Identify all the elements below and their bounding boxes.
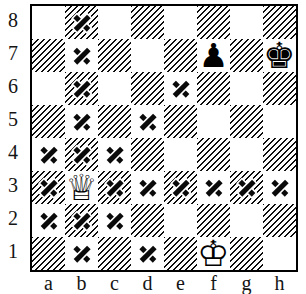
attack-x-mark-c4 bbox=[98, 138, 131, 171]
square-e3[interactable] bbox=[164, 171, 197, 204]
square-a1[interactable] bbox=[32, 237, 65, 270]
attack-x-mark-d5 bbox=[131, 105, 164, 138]
square-d3[interactable] bbox=[131, 171, 164, 204]
chess-board: ♟♚♕♔ bbox=[30, 4, 298, 272]
square-a6[interactable] bbox=[32, 72, 65, 105]
square-c5[interactable] bbox=[98, 105, 131, 138]
square-f8[interactable] bbox=[197, 6, 230, 39]
attack-x-mark-f3 bbox=[197, 171, 230, 204]
attack-x-mark-c3 bbox=[98, 171, 131, 204]
square-d2[interactable] bbox=[131, 204, 164, 237]
file-label-g: g bbox=[230, 272, 263, 294]
square-h5[interactable] bbox=[263, 105, 296, 138]
square-b6[interactable] bbox=[65, 72, 98, 105]
file-label-e: e bbox=[164, 272, 197, 294]
square-e2[interactable] bbox=[164, 204, 197, 237]
rank-label-4: 4 bbox=[0, 136, 26, 169]
attack-x-mark-a3 bbox=[32, 171, 65, 204]
square-d4[interactable] bbox=[131, 138, 164, 171]
attack-x-mark-e3 bbox=[164, 171, 197, 204]
square-h1[interactable] bbox=[263, 237, 296, 270]
square-b3[interactable]: ♕ bbox=[65, 171, 98, 204]
square-h7[interactable]: ♚ bbox=[263, 39, 296, 72]
square-b5[interactable] bbox=[65, 105, 98, 138]
white-king-piece: ♔ bbox=[197, 237, 229, 270]
square-c1[interactable] bbox=[98, 237, 131, 270]
rank-label-3: 3 bbox=[0, 169, 26, 202]
square-d1[interactable] bbox=[131, 237, 164, 270]
square-e6[interactable] bbox=[164, 72, 197, 105]
square-a8[interactable] bbox=[32, 6, 65, 39]
square-d8[interactable] bbox=[131, 6, 164, 39]
square-c4[interactable] bbox=[98, 138, 131, 171]
attack-x-mark-d3 bbox=[131, 171, 164, 204]
square-g5[interactable] bbox=[230, 105, 263, 138]
square-d7[interactable] bbox=[131, 39, 164, 72]
attack-x-mark-b2 bbox=[65, 204, 98, 237]
file-label-d: d bbox=[131, 272, 164, 294]
white-queen-piece: ♕ bbox=[65, 171, 97, 204]
rank-label-6: 6 bbox=[0, 70, 26, 103]
rank-label-8: 8 bbox=[0, 4, 26, 37]
square-c6[interactable] bbox=[98, 72, 131, 105]
attack-x-mark-a4 bbox=[32, 138, 65, 171]
square-g6[interactable] bbox=[230, 72, 263, 105]
square-a4[interactable] bbox=[32, 138, 65, 171]
square-g2[interactable] bbox=[230, 204, 263, 237]
attack-x-mark-b7 bbox=[65, 39, 98, 72]
chess-diagram: 87654321 ♟♚♕♔ abcdefgh bbox=[0, 0, 306, 294]
square-g1[interactable] bbox=[230, 237, 263, 270]
square-f5[interactable] bbox=[197, 105, 230, 138]
square-h2[interactable] bbox=[263, 204, 296, 237]
rank-label-5: 5 bbox=[0, 103, 26, 136]
square-f4[interactable] bbox=[197, 138, 230, 171]
square-b2[interactable] bbox=[65, 204, 98, 237]
square-e8[interactable] bbox=[164, 6, 197, 39]
attack-x-mark-b8 bbox=[65, 6, 98, 39]
attack-x-mark-e6 bbox=[164, 72, 197, 105]
attack-x-mark-b1 bbox=[65, 237, 98, 270]
file-label-a: a bbox=[32, 272, 65, 294]
square-a2[interactable] bbox=[32, 204, 65, 237]
square-b8[interactable] bbox=[65, 6, 98, 39]
square-f7[interactable]: ♟ bbox=[197, 39, 230, 72]
file-label-c: c bbox=[98, 272, 131, 294]
square-d6[interactable] bbox=[131, 72, 164, 105]
attack-x-mark-b5 bbox=[65, 105, 98, 138]
file-label-b: b bbox=[65, 272, 98, 294]
attack-x-mark-c2 bbox=[98, 204, 131, 237]
square-c7[interactable] bbox=[98, 39, 131, 72]
square-h6[interactable] bbox=[263, 72, 296, 105]
square-h3[interactable] bbox=[263, 171, 296, 204]
square-e7[interactable] bbox=[164, 39, 197, 72]
square-d5[interactable] bbox=[131, 105, 164, 138]
square-c8[interactable] bbox=[98, 6, 131, 39]
attack-x-mark-h3 bbox=[263, 171, 296, 204]
square-a3[interactable] bbox=[32, 171, 65, 204]
black-pawn-piece: ♟ bbox=[199, 39, 229, 72]
square-c3[interactable] bbox=[98, 171, 131, 204]
square-e1[interactable] bbox=[164, 237, 197, 270]
square-h4[interactable] bbox=[263, 138, 296, 171]
square-a5[interactable] bbox=[32, 105, 65, 138]
rank-label-1: 1 bbox=[0, 235, 26, 268]
square-f1[interactable]: ♔ bbox=[197, 237, 230, 270]
square-e5[interactable] bbox=[164, 105, 197, 138]
square-g3[interactable] bbox=[230, 171, 263, 204]
file-label-f: f bbox=[197, 272, 230, 294]
attack-x-mark-g3 bbox=[230, 171, 263, 204]
square-b1[interactable] bbox=[65, 237, 98, 270]
square-b7[interactable] bbox=[65, 39, 98, 72]
file-label-h: h bbox=[263, 272, 296, 294]
square-a7[interactable] bbox=[32, 39, 65, 72]
rank-label-7: 7 bbox=[0, 37, 26, 70]
attack-x-mark-b6 bbox=[65, 72, 98, 105]
square-f6[interactable] bbox=[197, 72, 230, 105]
square-c2[interactable] bbox=[98, 204, 131, 237]
square-f3[interactable] bbox=[197, 171, 230, 204]
square-g4[interactable] bbox=[230, 138, 263, 171]
square-g7[interactable] bbox=[230, 39, 263, 72]
black-king-piece: ♚ bbox=[263, 39, 295, 72]
attack-x-mark-d1 bbox=[131, 237, 164, 270]
attack-x-mark-a2 bbox=[32, 204, 65, 237]
square-g8[interactable] bbox=[230, 6, 263, 39]
square-e4[interactable] bbox=[164, 138, 197, 171]
rank-label-2: 2 bbox=[0, 202, 26, 235]
